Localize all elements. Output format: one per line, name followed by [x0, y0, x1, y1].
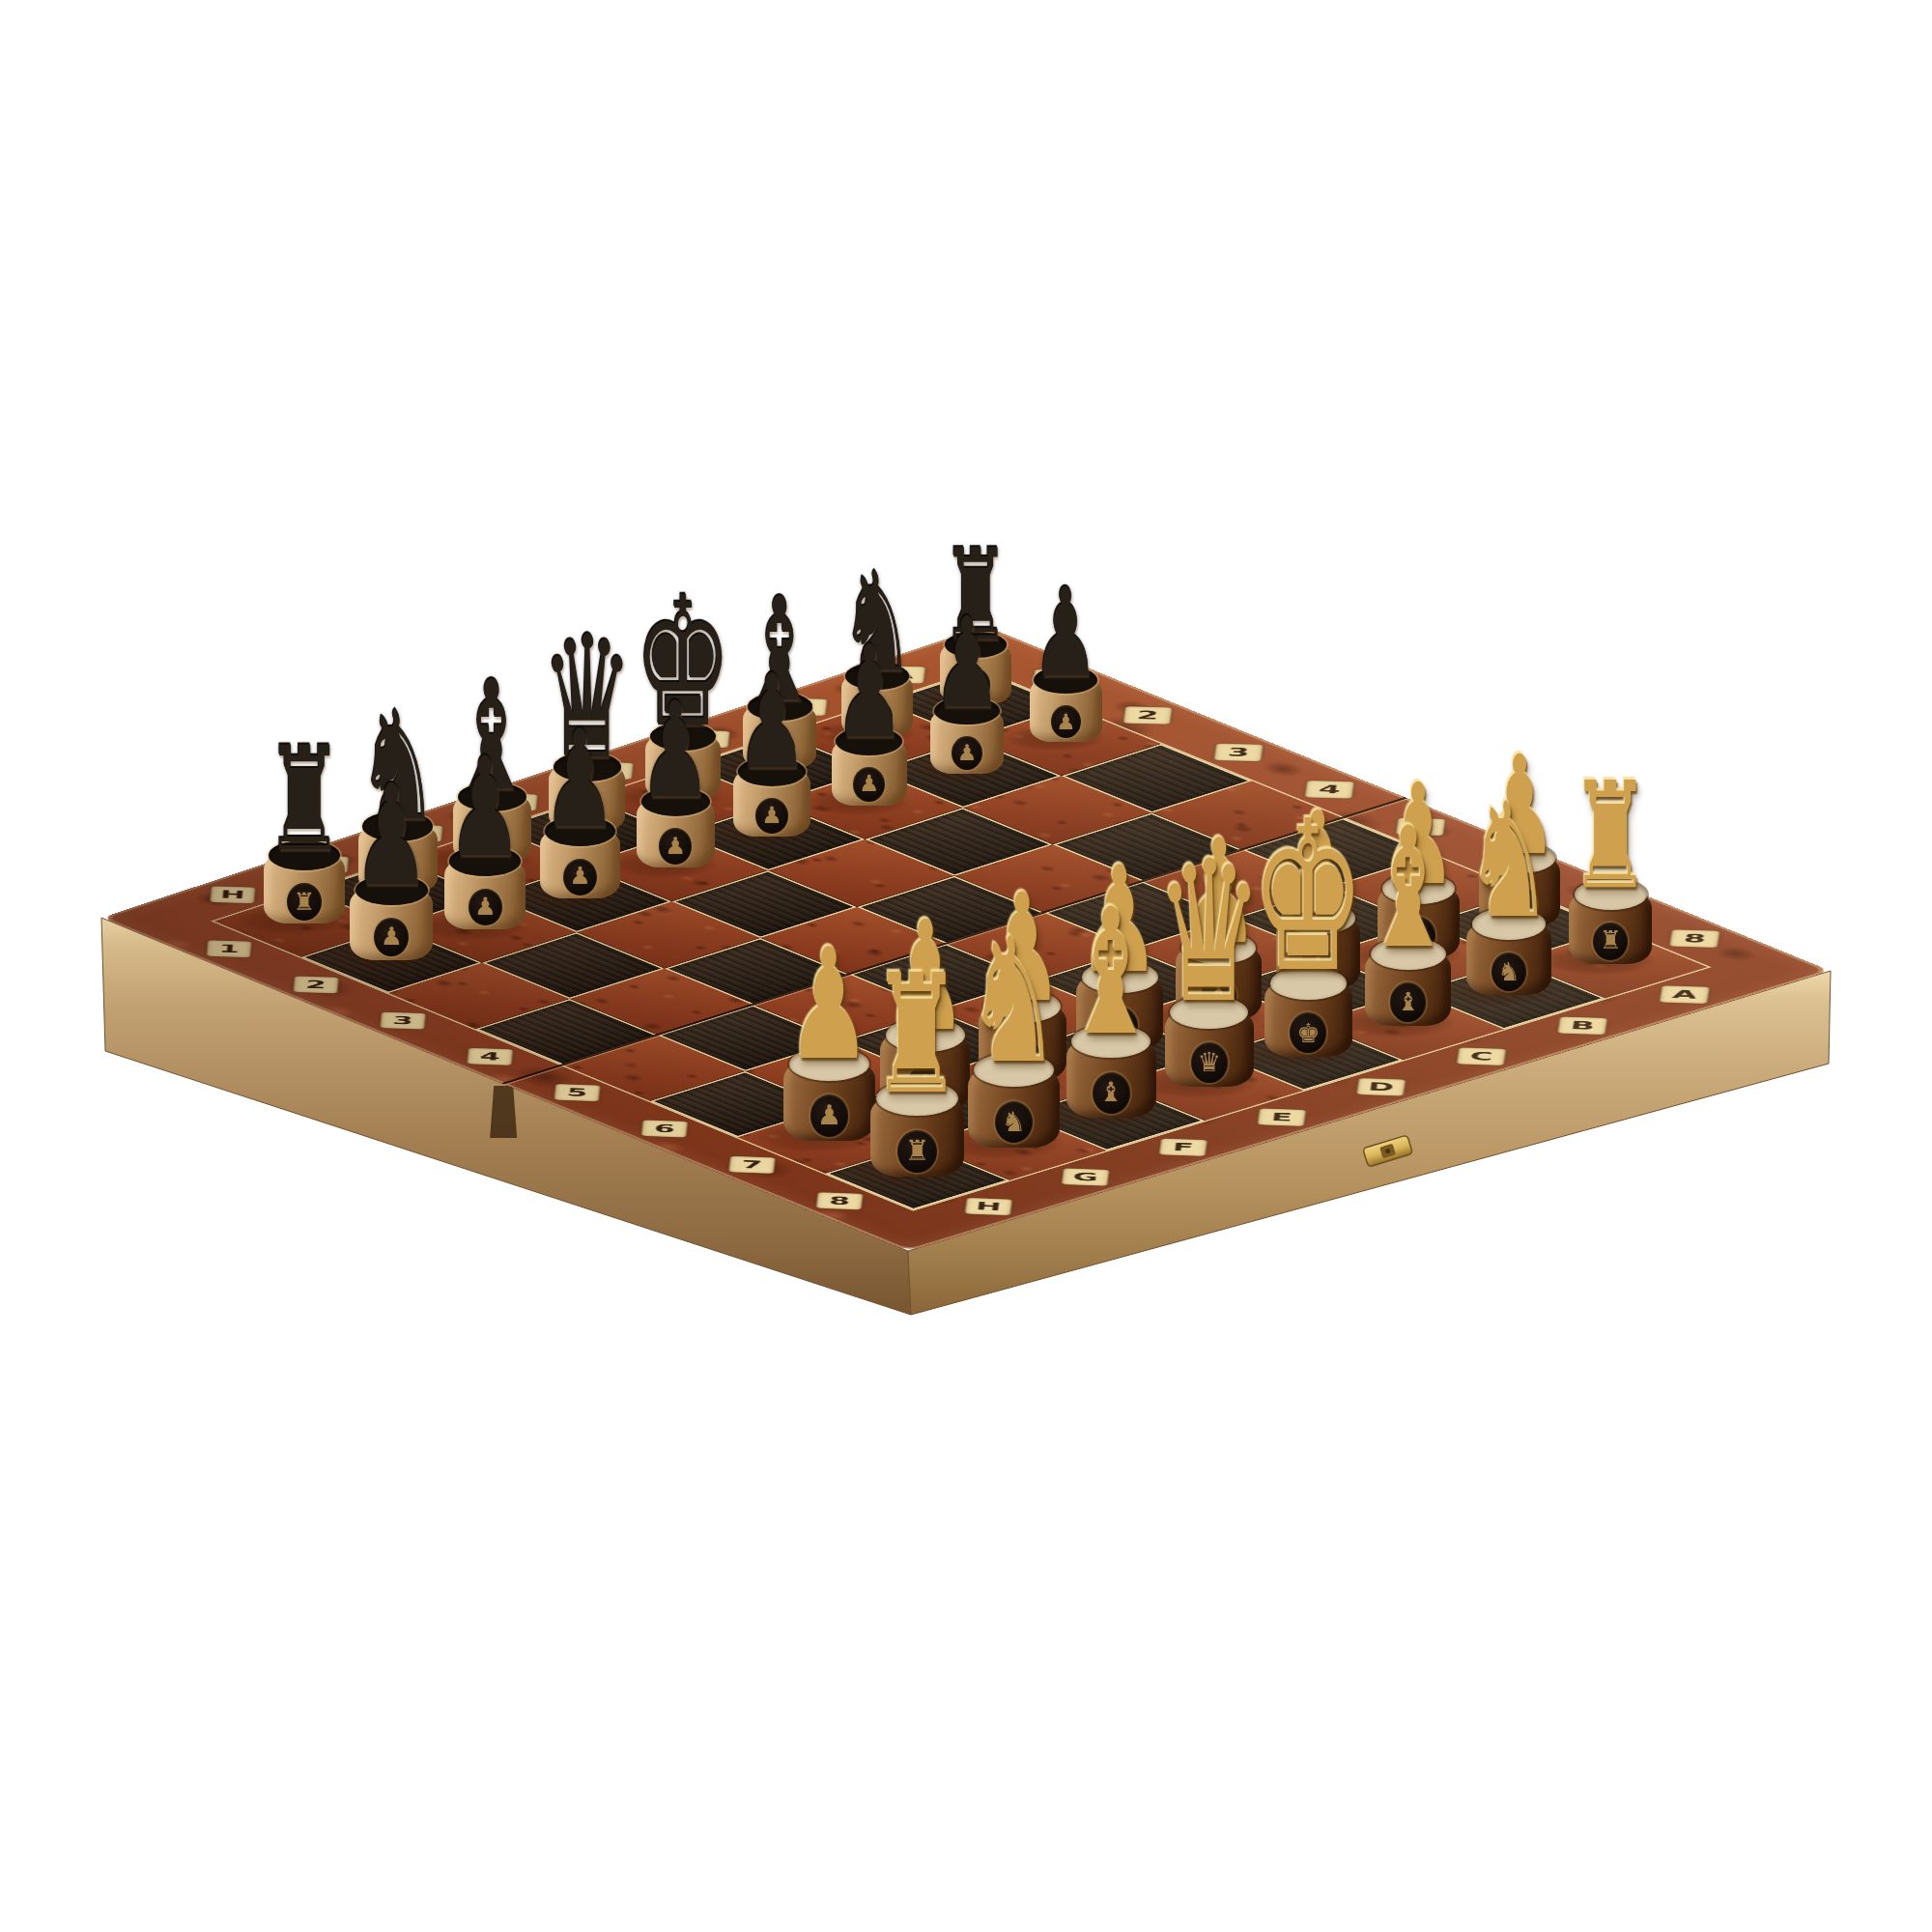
fold-seam-notch — [490, 1086, 517, 1138]
product-photo: 1122334455667788AABBCCDDEEFFGGHH ♜♜♞♞♟♟♝… — [0, 0, 1932, 1932]
